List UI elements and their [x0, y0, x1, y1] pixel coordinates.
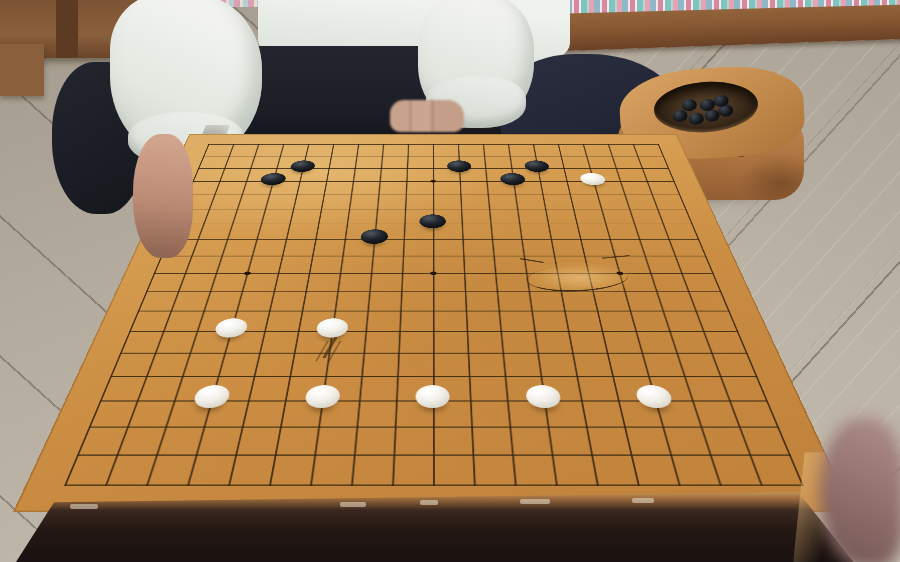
- bowl-black-stone[interactable]: [688, 112, 704, 125]
- board-edge-scuff: [70, 504, 98, 509]
- wooden-step-post: [56, 0, 78, 58]
- board-edge-scuff: [420, 500, 438, 505]
- black-stone[interactable]: [524, 160, 550, 172]
- board-edge-scuff: [520, 499, 550, 504]
- photo-go-game-scene: [0, 0, 900, 562]
- board-edge-scuff: [632, 498, 654, 503]
- wooden-step-lower: [0, 44, 44, 96]
- board-edge-scuff: [340, 502, 366, 507]
- bowl-black-stone[interactable]: [681, 99, 697, 112]
- bowl-black-stone[interactable]: [672, 109, 688, 122]
- black-stone[interactable]: [500, 173, 526, 185]
- player-right-hand: [390, 100, 464, 132]
- white-stone[interactable]: [416, 385, 450, 408]
- player-left-fist: [133, 134, 193, 258]
- black-stone[interactable]: [420, 214, 447, 228]
- black-stone[interactable]: [447, 160, 472, 172]
- photographer-hand-blur: [820, 418, 900, 562]
